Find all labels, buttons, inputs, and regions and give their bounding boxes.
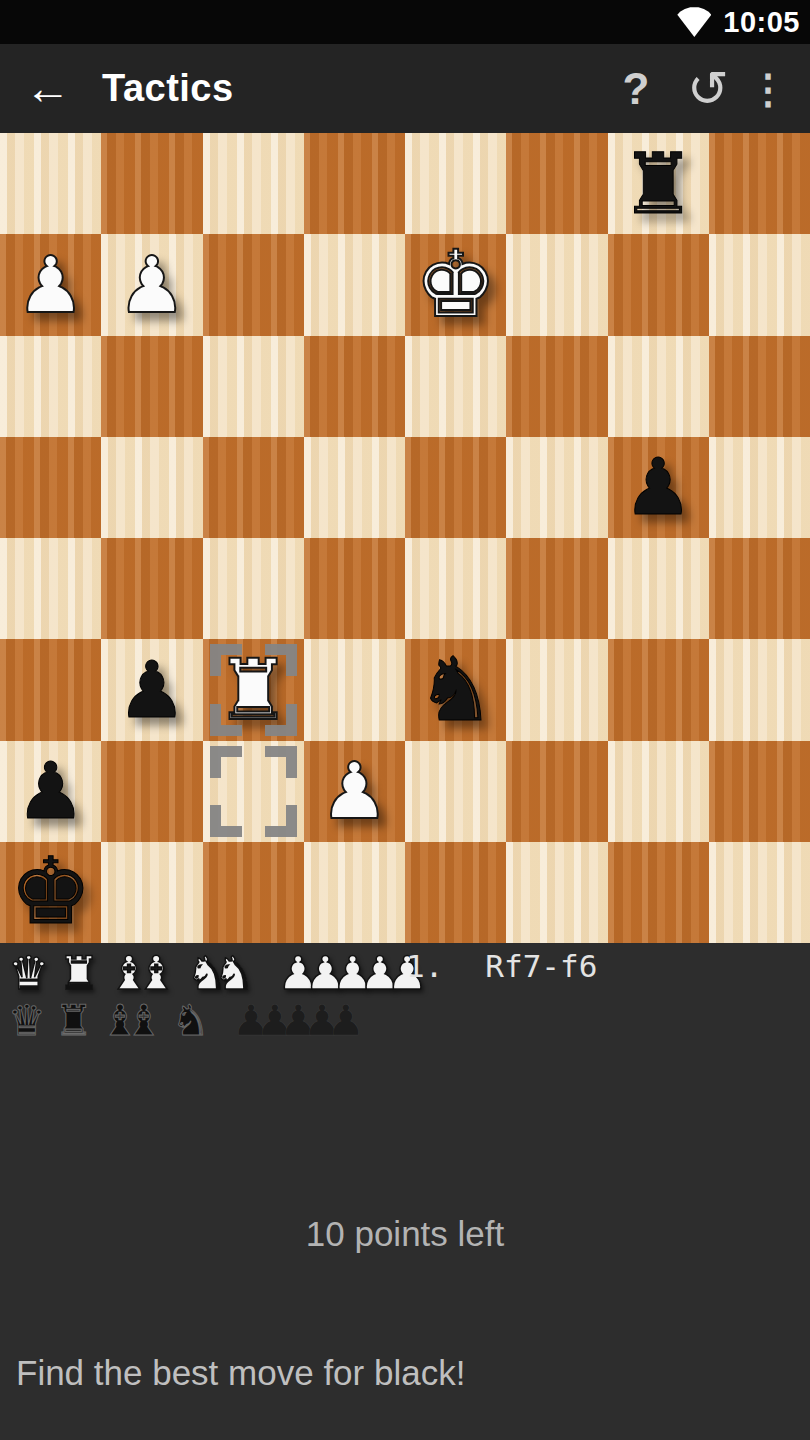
piece-black-p-g6: ♟: [101, 639, 202, 740]
square-e2[interactable]: [304, 234, 405, 335]
captured-group-black: ♞: [172, 1000, 210, 1042]
square-d2[interactable]: ♚: [405, 234, 506, 335]
move-list: 1. Rf7-f6: [406, 948, 597, 984]
move-highlight-bracket: [265, 644, 297, 676]
piece-white-k-d2: ♚: [405, 234, 506, 335]
square-f2[interactable]: [203, 234, 304, 335]
square-g1[interactable]: [101, 133, 202, 234]
move-number: 1.: [406, 948, 443, 984]
square-c7[interactable]: [506, 741, 607, 842]
square-e8[interactable]: [304, 842, 405, 943]
piece-black-r-b1: ♜: [608, 133, 709, 234]
prompt-label: Find the best move for black!: [16, 1353, 465, 1393]
square-f4[interactable]: [203, 437, 304, 538]
square-b2[interactable]: [608, 234, 709, 335]
square-b6[interactable]: [608, 639, 709, 740]
square-a8[interactable]: [709, 842, 810, 943]
captured-piece-white: ♝: [136, 950, 177, 996]
captured-group-black: ♜: [55, 1000, 93, 1042]
captured-group-black: ♟♟♟♟♟: [232, 1000, 364, 1042]
piece-white-p-e7: ♟: [304, 741, 405, 842]
captured-piece-white: ♞: [213, 950, 254, 996]
square-c5[interactable]: [506, 538, 607, 639]
square-c1[interactable]: [506, 133, 607, 234]
captured-group-black: ♝♝: [101, 1000, 162, 1042]
square-d4[interactable]: [405, 437, 506, 538]
square-g7[interactable]: [101, 741, 202, 842]
square-h7[interactable]: ♟: [0, 741, 101, 842]
captured-white-pieces-tray: ♛♜♝♝♞♞♟♟♟♟♟: [8, 948, 437, 996]
points-left-label: 10 points left: [0, 1214, 810, 1254]
move-highlight-bracket: [265, 704, 297, 736]
piece-black-p-h7: ♟: [0, 741, 101, 842]
app-bar: ← Tactics ? ↺ ⋮: [0, 44, 810, 133]
square-d1[interactable]: [405, 133, 506, 234]
captured-piece-black: ♞: [172, 1000, 210, 1042]
square-b5[interactable]: [608, 538, 709, 639]
square-g8[interactable]: [101, 842, 202, 943]
square-b4[interactable]: ♟: [608, 437, 709, 538]
square-f3[interactable]: [203, 336, 304, 437]
chess-board: ♜♟♟♚♟♟♜♞♟♟♚: [0, 133, 810, 943]
move-text: Rf7-f6: [485, 948, 597, 984]
square-a5[interactable]: [709, 538, 810, 639]
square-a2[interactable]: [709, 234, 810, 335]
piece-black-n-d6: ♞: [405, 639, 506, 740]
square-c6[interactable]: [506, 639, 607, 740]
square-b8[interactable]: [608, 842, 709, 943]
square-e3[interactable]: [304, 336, 405, 437]
square-c4[interactable]: [506, 437, 607, 538]
captured-piece-white: ♛: [8, 950, 49, 996]
square-e4[interactable]: [304, 437, 405, 538]
square-a3[interactable]: [709, 336, 810, 437]
captured-group-white: ♛: [8, 950, 49, 996]
square-b1[interactable]: ♜: [608, 133, 709, 234]
move-highlight-bracket: [210, 805, 242, 837]
square-g5[interactable]: [101, 538, 202, 639]
square-h1[interactable]: [0, 133, 101, 234]
square-h6[interactable]: [0, 639, 101, 740]
square-h2[interactable]: ♟: [0, 234, 101, 335]
app-screen: 10:05 ← Tactics ? ↺ ⋮ ♜♟♟♚♟♟♜♞♟♟♚ ♛♜♝♝♞♞…: [0, 0, 810, 1440]
square-a4[interactable]: [709, 437, 810, 538]
captured-piece-black: ♛: [8, 1000, 46, 1042]
square-d3[interactable]: [405, 336, 506, 437]
move-highlight-bracket: [210, 746, 242, 778]
square-c8[interactable]: [506, 842, 607, 943]
square-g2[interactable]: ♟: [101, 234, 202, 335]
page-title: Tactics: [102, 67, 234, 110]
square-d8[interactable]: [405, 842, 506, 943]
square-e6[interactable]: [304, 639, 405, 740]
captured-black-pieces-tray: ♛♜♝♝♞♟♟♟♟♟: [8, 1000, 374, 1042]
square-b7[interactable]: [608, 741, 709, 842]
piece-black-k-h8: ♚: [0, 842, 101, 943]
captured-group-white: ♜: [58, 950, 99, 996]
piece-white-p-g2: ♟: [101, 234, 202, 335]
captured-piece-black: ♟: [327, 1000, 365, 1042]
square-c3[interactable]: [506, 336, 607, 437]
captured-piece-white: ♜: [58, 950, 99, 996]
status-bar: 10:05: [0, 0, 810, 44]
move-highlight-bracket: [210, 644, 242, 676]
square-b3[interactable]: [608, 336, 709, 437]
square-a6[interactable]: [709, 639, 810, 740]
captured-group-white: ♞♞: [186, 950, 255, 996]
square-a1[interactable]: [709, 133, 810, 234]
help-button[interactable]: ?: [600, 64, 672, 114]
square-g6[interactable]: ♟: [101, 639, 202, 740]
piece-black-p-b4: ♟: [608, 437, 709, 538]
square-d7[interactable]: [405, 741, 506, 842]
square-e7[interactable]: ♟: [304, 741, 405, 842]
status-time: 10:05: [723, 6, 800, 39]
overflow-menu-button[interactable]: ⋮: [744, 66, 792, 112]
square-f8[interactable]: [203, 842, 304, 943]
piece-white-p-h2: ♟: [0, 234, 101, 335]
square-f6[interactable]: ♜: [203, 639, 304, 740]
square-g3[interactable]: [101, 336, 202, 437]
wifi-icon: [677, 7, 711, 37]
restart-button[interactable]: ↺: [672, 60, 744, 118]
square-e5[interactable]: [304, 538, 405, 639]
square-a7[interactable]: [709, 741, 810, 842]
square-h8[interactable]: ♚: [0, 842, 101, 943]
back-button[interactable]: ←: [18, 44, 78, 133]
square-h4[interactable]: [0, 437, 101, 538]
captured-group-white: ♝♝: [109, 950, 178, 996]
app-bar-actions: ? ↺ ⋮: [600, 60, 810, 118]
square-d5[interactable]: [405, 538, 506, 639]
captured-piece-black: ♝: [125, 1000, 163, 1042]
square-h5[interactable]: [0, 538, 101, 639]
move-highlight-bracket: [210, 704, 242, 736]
move-highlight-bracket: [265, 805, 297, 837]
square-h3[interactable]: [0, 336, 101, 437]
square-g4[interactable]: [101, 437, 202, 538]
square-c2[interactable]: [506, 234, 607, 335]
captured-piece-black: ♜: [55, 1000, 93, 1042]
move-highlight-bracket: [265, 746, 297, 778]
captured-group-black: ♛: [8, 1000, 46, 1042]
square-d6[interactable]: ♞: [405, 639, 506, 740]
square-e1[interactable]: [304, 133, 405, 234]
square-f7[interactable]: [203, 741, 304, 842]
square-f1[interactable]: [203, 133, 304, 234]
square-f5[interactable]: [203, 538, 304, 639]
